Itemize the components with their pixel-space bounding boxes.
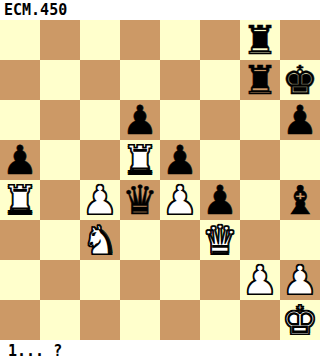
- square-g3[interactable]: [240, 220, 280, 260]
- square-c1[interactable]: [80, 300, 120, 340]
- puzzle-title: ECM.450: [4, 1, 67, 19]
- square-d6[interactable]: ♟: [120, 100, 160, 140]
- white-king: ♚: [282, 300, 318, 340]
- square-b6[interactable]: [40, 100, 80, 140]
- square-a7[interactable]: [0, 60, 40, 100]
- white-pawn: ♟: [162, 180, 198, 220]
- square-f6[interactable]: [200, 100, 240, 140]
- square-h4[interactable]: ♝: [280, 180, 320, 220]
- square-d7[interactable]: [120, 60, 160, 100]
- square-d3[interactable]: [120, 220, 160, 260]
- square-f8[interactable]: [200, 20, 240, 60]
- square-f7[interactable]: [200, 60, 240, 100]
- square-d2[interactable]: [120, 260, 160, 300]
- square-a1[interactable]: [0, 300, 40, 340]
- black-pawn: ♟: [202, 180, 238, 220]
- square-a3[interactable]: [0, 220, 40, 260]
- square-c6[interactable]: [80, 100, 120, 140]
- square-f1[interactable]: [200, 300, 240, 340]
- white-pawn: ♟: [242, 260, 278, 300]
- square-f3[interactable]: ♛: [200, 220, 240, 260]
- square-c3[interactable]: ♞: [80, 220, 120, 260]
- square-g7[interactable]: ♜: [240, 60, 280, 100]
- square-c7[interactable]: [80, 60, 120, 100]
- square-e3[interactable]: [160, 220, 200, 260]
- square-f5[interactable]: [200, 140, 240, 180]
- square-c2[interactable]: [80, 260, 120, 300]
- square-h7[interactable]: ♚: [280, 60, 320, 100]
- white-rook: ♜: [2, 180, 38, 220]
- square-d1[interactable]: [120, 300, 160, 340]
- square-d4[interactable]: ♛: [120, 180, 160, 220]
- black-pawn: ♟: [162, 140, 198, 180]
- square-c8[interactable]: [80, 20, 120, 60]
- square-e6[interactable]: [160, 100, 200, 140]
- chess-board: ♜♜♚♟♟♟♜♟♜♟♛♟♟♝♞♛♟♟♚: [0, 20, 320, 340]
- black-pawn: ♟: [122, 100, 158, 140]
- square-h2[interactable]: ♟: [280, 260, 320, 300]
- square-e2[interactable]: [160, 260, 200, 300]
- black-king: ♚: [282, 60, 318, 100]
- white-knight: ♞: [82, 220, 118, 260]
- black-queen: ♛: [122, 180, 158, 220]
- square-g6[interactable]: [240, 100, 280, 140]
- square-a4[interactable]: ♜: [0, 180, 40, 220]
- square-e7[interactable]: [160, 60, 200, 100]
- square-e8[interactable]: [160, 20, 200, 60]
- square-g1[interactable]: [240, 300, 280, 340]
- square-f2[interactable]: [200, 260, 240, 300]
- square-h5[interactable]: [280, 140, 320, 180]
- square-b2[interactable]: [40, 260, 80, 300]
- white-rook: ♜: [122, 140, 158, 180]
- move-prompt: 1... ?: [8, 342, 62, 360]
- square-e1[interactable]: [160, 300, 200, 340]
- square-g5[interactable]: [240, 140, 280, 180]
- square-d8[interactable]: [120, 20, 160, 60]
- square-h8[interactable]: [280, 20, 320, 60]
- square-a5[interactable]: ♟: [0, 140, 40, 180]
- square-g8[interactable]: ♜: [240, 20, 280, 60]
- square-c4[interactable]: ♟: [80, 180, 120, 220]
- square-b4[interactable]: [40, 180, 80, 220]
- square-b8[interactable]: [40, 20, 80, 60]
- title-bar: ECM.450: [0, 0, 320, 20]
- square-h6[interactable]: ♟: [280, 100, 320, 140]
- black-pawn: ♟: [2, 140, 38, 180]
- square-b7[interactable]: [40, 60, 80, 100]
- square-a6[interactable]: [0, 100, 40, 140]
- square-f4[interactable]: ♟: [200, 180, 240, 220]
- square-a8[interactable]: [0, 20, 40, 60]
- black-rook: ♜: [242, 60, 278, 100]
- black-rook: ♜: [242, 20, 278, 60]
- status-bar: 1... ?: [0, 340, 320, 360]
- square-d5[interactable]: ♜: [120, 140, 160, 180]
- square-c5[interactable]: [80, 140, 120, 180]
- white-queen: ♛: [202, 220, 238, 260]
- white-pawn: ♟: [282, 260, 318, 300]
- square-h3[interactable]: [280, 220, 320, 260]
- black-pawn: ♟: [282, 100, 318, 140]
- square-g4[interactable]: [240, 180, 280, 220]
- square-e5[interactable]: ♟: [160, 140, 200, 180]
- white-pawn: ♟: [82, 180, 118, 220]
- square-a2[interactable]: [0, 260, 40, 300]
- square-b3[interactable]: [40, 220, 80, 260]
- square-b5[interactable]: [40, 140, 80, 180]
- square-b1[interactable]: [40, 300, 80, 340]
- square-e4[interactable]: ♟: [160, 180, 200, 220]
- square-g2[interactable]: ♟: [240, 260, 280, 300]
- square-h1[interactable]: ♚: [280, 300, 320, 340]
- black-bishop: ♝: [282, 180, 318, 220]
